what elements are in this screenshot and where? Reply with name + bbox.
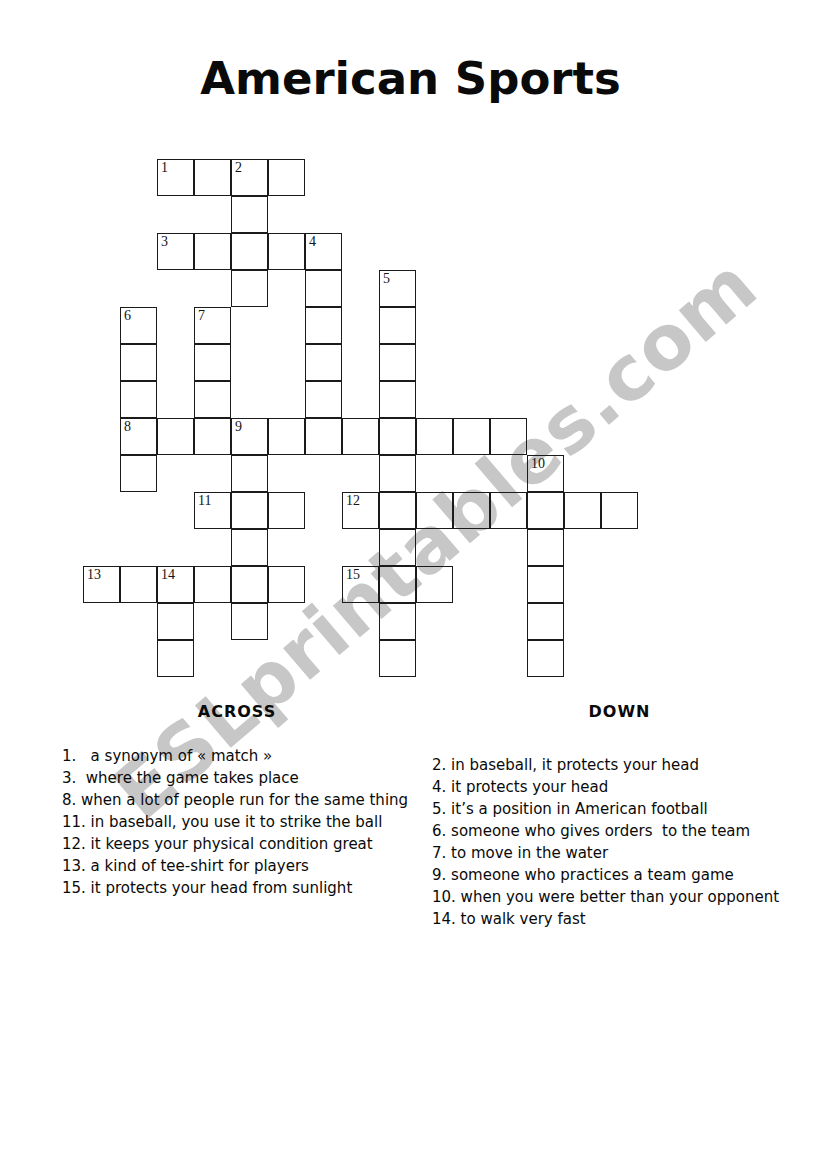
crossword-cell-8-12[interactable]: 10 bbox=[527, 455, 564, 492]
cell-number-13: 13 bbox=[87, 567, 101, 583]
crossword-cell-2-6[interactable]: 4 bbox=[305, 233, 342, 270]
clue-item: 7. to move in the water bbox=[432, 842, 807, 864]
crossword-cell-5-3[interactable] bbox=[194, 344, 231, 381]
crossword-cell-10-12[interactable] bbox=[527, 529, 564, 566]
crossword-cell-13-8[interactable] bbox=[379, 640, 416, 677]
crossword-cell-9-8[interactable] bbox=[379, 492, 416, 529]
crossword-cell-2-3[interactable] bbox=[194, 233, 231, 270]
crossword-cell-3-8[interactable]: 5 bbox=[379, 270, 416, 307]
crossword-cell-11-7[interactable]: 15 bbox=[342, 566, 379, 603]
crossword-cell-10-8[interactable] bbox=[379, 529, 416, 566]
crossword-cell-11-12[interactable] bbox=[527, 566, 564, 603]
down-header: DOWN bbox=[432, 702, 807, 721]
page-title: American Sports bbox=[0, 52, 821, 105]
crossword-grid: 123456789101112131415 bbox=[83, 159, 638, 677]
crossword-cell-3-6[interactable] bbox=[305, 270, 342, 307]
cell-number-10: 10 bbox=[531, 456, 545, 472]
crossword-cell-5-8[interactable] bbox=[379, 344, 416, 381]
crossword-cell-12-8[interactable] bbox=[379, 603, 416, 640]
crossword-cell-8-8[interactable] bbox=[379, 455, 416, 492]
crossword-cell-11-9[interactable] bbox=[416, 566, 453, 603]
crossword-cell-11-5[interactable] bbox=[268, 566, 305, 603]
crossword-cell-1-4[interactable] bbox=[231, 196, 268, 233]
clue-item: 11. in baseball, you use it to strike th… bbox=[62, 811, 412, 833]
clue-item: 8. when a lot of people run for the same… bbox=[62, 789, 412, 811]
crossword-cell-7-3[interactable] bbox=[194, 418, 231, 455]
crossword-cell-7-2[interactable] bbox=[157, 418, 194, 455]
crossword-cell-12-4[interactable] bbox=[231, 603, 268, 640]
clue-item: 6. someone who gives orders to the team bbox=[432, 820, 807, 842]
crossword-cell-5-1[interactable] bbox=[120, 344, 157, 381]
crossword-cell-9-13[interactable] bbox=[564, 492, 601, 529]
crossword-cell-7-1[interactable]: 8 bbox=[120, 418, 157, 455]
clue-item: 13. a kind of tee-shirt for players bbox=[62, 855, 412, 877]
down-clues-section: DOWN 2. in baseball, it protects your he… bbox=[432, 702, 807, 930]
cell-number-8: 8 bbox=[124, 419, 131, 435]
crossword-cell-4-1[interactable]: 6 bbox=[120, 307, 157, 344]
across-clue-list: 1. a synonym of « match »3. where the ga… bbox=[62, 745, 412, 899]
clue-item: 12. it keeps your physical condition gre… bbox=[62, 833, 412, 855]
crossword-cell-0-3[interactable] bbox=[194, 159, 231, 196]
crossword-cell-2-5[interactable] bbox=[268, 233, 305, 270]
crossword-cell-4-6[interactable] bbox=[305, 307, 342, 344]
crossword-cell-9-5[interactable] bbox=[268, 492, 305, 529]
crossword-cell-9-10[interactable] bbox=[453, 492, 490, 529]
crossword-cell-13-2[interactable] bbox=[157, 640, 194, 677]
crossword-cell-7-10[interactable] bbox=[453, 418, 490, 455]
cell-number-9: 9 bbox=[235, 419, 242, 435]
cell-number-5: 5 bbox=[383, 271, 390, 287]
cell-number-7: 7 bbox=[198, 308, 205, 324]
cell-number-3: 3 bbox=[161, 234, 168, 250]
crossword-cell-4-8[interactable] bbox=[379, 307, 416, 344]
crossword-cell-4-3[interactable]: 7 bbox=[194, 307, 231, 344]
crossword-cell-12-2[interactable] bbox=[157, 603, 194, 640]
clue-item: 10. when you were better than your oppon… bbox=[432, 886, 807, 908]
crossword-cell-5-6[interactable] bbox=[305, 344, 342, 381]
clue-item: 1. a synonym of « match » bbox=[62, 745, 412, 767]
crossword-cell-9-9[interactable] bbox=[416, 492, 453, 529]
cell-number-15: 15 bbox=[346, 567, 360, 583]
crossword-cell-8-4[interactable] bbox=[231, 455, 268, 492]
crossword-cell-6-8[interactable] bbox=[379, 381, 416, 418]
crossword-cell-0-4[interactable]: 2 bbox=[231, 159, 268, 196]
cell-number-12: 12 bbox=[346, 493, 360, 509]
crossword-cell-0-5[interactable] bbox=[268, 159, 305, 196]
cell-number-2: 2 bbox=[235, 160, 242, 176]
crossword-cell-7-4[interactable]: 9 bbox=[231, 418, 268, 455]
crossword-cell-10-4[interactable] bbox=[231, 529, 268, 566]
crossword-cell-11-3[interactable] bbox=[194, 566, 231, 603]
crossword-cell-9-3[interactable]: 11 bbox=[194, 492, 231, 529]
clue-item: 15. it protects your head from sunlight bbox=[62, 877, 412, 899]
crossword-cell-11-8[interactable] bbox=[379, 566, 416, 603]
crossword-cell-7-7[interactable] bbox=[342, 418, 379, 455]
crossword-cell-9-12[interactable] bbox=[527, 492, 564, 529]
crossword-cell-7-9[interactable] bbox=[416, 418, 453, 455]
cell-number-11: 11 bbox=[198, 493, 211, 509]
crossword-cell-7-6[interactable] bbox=[305, 418, 342, 455]
crossword-cell-8-1[interactable] bbox=[120, 455, 157, 492]
crossword-cell-11-2[interactable]: 14 bbox=[157, 566, 194, 603]
across-clues-section: ACROSS 1. a synonym of « match »3. where… bbox=[62, 702, 412, 899]
crossword-cell-7-11[interactable] bbox=[490, 418, 527, 455]
clue-item: 9. someone who practices a team game bbox=[432, 864, 807, 886]
clue-item: 5. it’s a position in American football bbox=[432, 798, 807, 820]
down-clue-list: 2. in baseball, it protects your head4. … bbox=[432, 754, 807, 930]
crossword-cell-2-2[interactable]: 3 bbox=[157, 233, 194, 270]
clue-item: 14. to walk very fast bbox=[432, 908, 807, 930]
crossword-cell-6-1[interactable] bbox=[120, 381, 157, 418]
crossword-cell-11-4[interactable] bbox=[231, 566, 268, 603]
crossword-cell-9-7[interactable]: 12 bbox=[342, 492, 379, 529]
crossword-cell-11-0[interactable]: 13 bbox=[83, 566, 120, 603]
cell-number-4: 4 bbox=[309, 234, 316, 250]
across-header: ACROSS bbox=[62, 702, 412, 721]
clue-item: 3. where the game takes place bbox=[62, 767, 412, 789]
crossword-cell-9-11[interactable] bbox=[490, 492, 527, 529]
crossword-cell-0-2[interactable]: 1 bbox=[157, 159, 194, 196]
crossword-cell-3-4[interactable] bbox=[231, 270, 268, 307]
crossword-cell-7-5[interactable] bbox=[268, 418, 305, 455]
cell-number-14: 14 bbox=[161, 567, 175, 583]
cell-number-6: 6 bbox=[124, 308, 131, 324]
clue-item: 4. it protects your head bbox=[432, 776, 807, 798]
crossword-cell-9-4[interactable] bbox=[231, 492, 268, 529]
crossword-cell-6-3[interactable] bbox=[194, 381, 231, 418]
crossword-cell-7-8[interactable] bbox=[379, 418, 416, 455]
crossword-cell-11-1[interactable] bbox=[120, 566, 157, 603]
cell-number-1: 1 bbox=[161, 160, 168, 176]
crossword-cell-2-4[interactable] bbox=[231, 233, 268, 270]
crossword-cell-6-6[interactable] bbox=[305, 381, 342, 418]
clue-item: 2. in baseball, it protects your head bbox=[432, 754, 807, 776]
crossword-cell-12-12[interactable] bbox=[527, 603, 564, 640]
crossword-cell-9-14[interactable] bbox=[601, 492, 638, 529]
worksheet-page: ESLprintables.com American Sports 123456… bbox=[0, 0, 821, 1169]
crossword-cell-13-12[interactable] bbox=[527, 640, 564, 677]
